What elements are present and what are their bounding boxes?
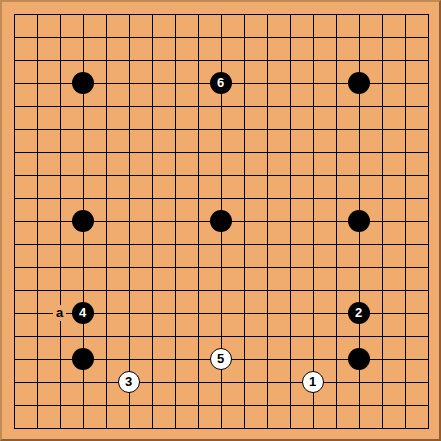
stone-black [348,72,370,94]
stone-black [210,210,232,232]
stone-black-4: 4 [72,302,94,324]
stone-black-6: 6 [210,72,232,94]
go-board: 642531a [0,0,441,441]
stone-white-1: 1 [302,371,324,393]
stones-grid: 642531a [2,2,439,439]
stone-black [348,210,370,232]
stone-black [72,348,94,370]
stone-black [72,210,94,232]
stone-black [348,348,370,370]
stone-white-3: 3 [118,371,140,393]
stone-black [72,72,94,94]
stone-black-2: 2 [348,302,370,324]
stone-white-5: 5 [210,348,232,370]
point-label-a: a [53,305,66,321]
